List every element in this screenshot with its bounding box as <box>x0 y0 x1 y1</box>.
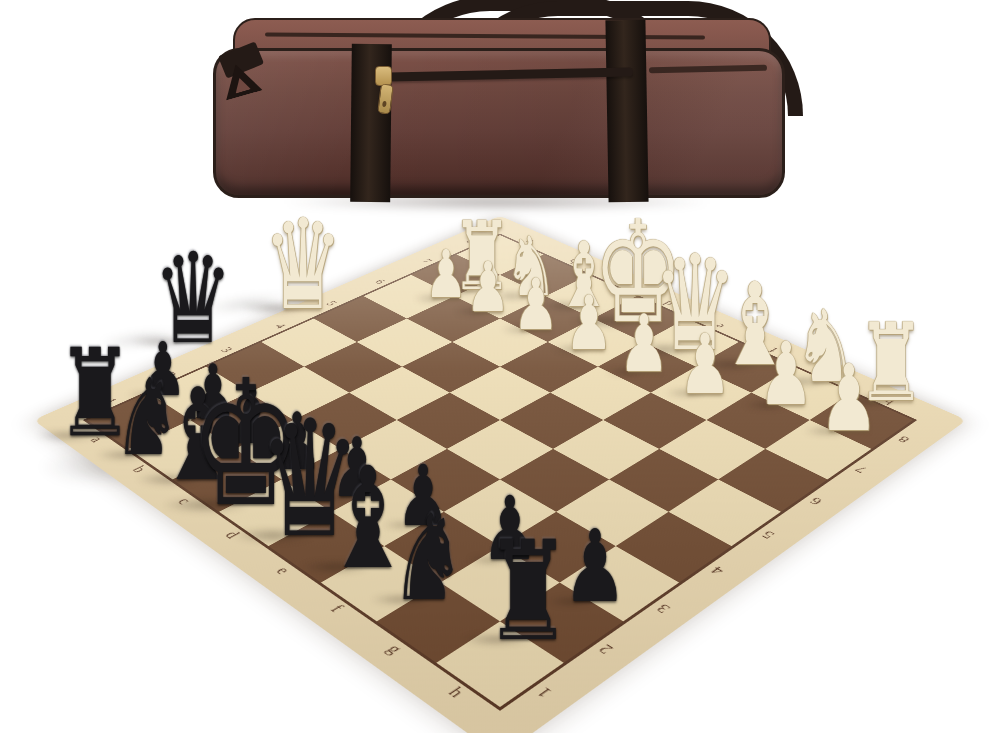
chess-set-product-photo: abcdefgh abcdefgh 87654321 87654321 ♜♞♝♚… <box>0 0 1000 733</box>
chess-board-mat: abcdefgh abcdefgh 87654321 87654321 <box>33 216 966 733</box>
bag-strap-right <box>605 20 648 203</box>
chess-carrying-bag <box>205 4 795 209</box>
chess-board-grid <box>87 235 913 707</box>
